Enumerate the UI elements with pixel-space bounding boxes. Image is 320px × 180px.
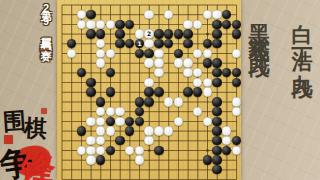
stone-black <box>86 10 95 19</box>
stone-black <box>115 29 124 38</box>
stone-black <box>115 20 124 29</box>
stone-white <box>183 68 192 77</box>
stone-white <box>183 20 192 29</box>
stone-black <box>212 136 221 145</box>
stone-black <box>135 117 144 126</box>
stone-black <box>232 136 241 145</box>
black-player-rank: 九段 <box>247 37 271 43</box>
stone-black <box>212 78 221 87</box>
stone-white <box>193 78 202 87</box>
stone-white <box>106 20 115 29</box>
stone-black <box>135 49 144 58</box>
stone-white <box>144 126 153 135</box>
stone-black <box>67 39 76 48</box>
stone-white <box>232 97 241 106</box>
stone-white <box>154 68 163 77</box>
stone-black <box>212 97 221 106</box>
stone-white <box>77 20 86 29</box>
stone-white <box>144 58 153 67</box>
stone-white: 2 <box>144 29 153 38</box>
title-main: 第29届三星杯世界大师赛 <box>40 1 52 39</box>
stone-black <box>222 20 231 29</box>
stone-white <box>135 155 144 164</box>
stone-white <box>135 29 144 38</box>
white-player-rank: 九段 <box>290 58 314 64</box>
stone-black <box>106 87 115 96</box>
stone-white <box>67 49 76 58</box>
stone-black <box>212 58 221 67</box>
stone-white <box>96 20 105 29</box>
stone-black <box>212 126 221 135</box>
player-black-column: 黑 党毅飞 九段 <box>247 7 271 43</box>
stone-black <box>174 49 183 58</box>
stone-black <box>86 78 95 87</box>
logo-calligraphy-black: 争 <box>0 140 36 180</box>
stone-white <box>174 117 183 126</box>
stone-white <box>174 97 183 106</box>
stone-white <box>125 146 134 155</box>
stone-black <box>222 10 231 19</box>
stone-black <box>96 29 105 38</box>
stone-black <box>77 126 86 135</box>
stone-white <box>144 39 153 48</box>
stone-white <box>115 117 124 126</box>
stone-white <box>193 49 202 58</box>
stone-white <box>96 117 105 126</box>
stone-white <box>164 126 173 135</box>
stone-white <box>77 146 86 155</box>
stone-black <box>203 155 212 164</box>
stone-black <box>125 117 134 126</box>
stone-white <box>203 78 212 87</box>
stone-black: 1 <box>135 39 144 48</box>
stone-white <box>96 126 105 135</box>
stone-black <box>154 87 163 96</box>
stone-black <box>125 126 134 135</box>
stone-white <box>86 146 95 155</box>
stone-white <box>154 49 163 58</box>
move-number-label: 2 <box>147 31 151 37</box>
stone-black <box>154 39 163 48</box>
stone-white <box>222 136 231 145</box>
stone-white <box>232 49 241 58</box>
black-player-name: 党毅飞 <box>247 19 271 28</box>
stone-white <box>106 49 115 58</box>
stone-white <box>86 20 95 29</box>
go-board: 21 <box>57 0 241 180</box>
stone-white <box>96 107 105 116</box>
white-color-label: 白 <box>290 7 314 10</box>
stone-black <box>203 58 212 67</box>
red-seal-stamp <box>4 135 13 144</box>
player-white-column: 白 丁浩 九段 <box>290 7 314 64</box>
stone-black <box>135 97 144 106</box>
logo-weiqi-char1: 围 <box>2 105 27 138</box>
stone-black <box>115 39 124 48</box>
stone-white <box>232 146 241 155</box>
stone-white <box>164 10 173 19</box>
stone-white <box>144 78 153 87</box>
stone-white <box>144 136 153 145</box>
stones-layer: 21 <box>57 0 241 180</box>
title-final-char2: 赛 <box>40 41 52 42</box>
stone-white <box>174 58 183 67</box>
stone-white <box>154 58 163 67</box>
stone-black <box>212 39 221 48</box>
stone-black <box>232 20 241 29</box>
stone-black <box>135 107 144 116</box>
stone-white <box>193 107 202 116</box>
stone-white <box>212 10 221 19</box>
stone-white <box>86 117 95 126</box>
stone-black <box>183 29 192 38</box>
stone-white <box>183 58 192 67</box>
stone-white <box>193 68 202 77</box>
stone-black <box>212 68 221 77</box>
stone-black <box>115 136 124 145</box>
stone-white <box>86 155 95 164</box>
stone-black <box>106 68 115 77</box>
stone-white <box>222 126 231 135</box>
stone-white <box>203 87 212 96</box>
stone-black <box>125 39 134 48</box>
stone-black <box>164 39 173 48</box>
stone-white <box>96 39 105 48</box>
move-number-label: 1 <box>137 41 141 47</box>
stone-white <box>144 10 153 19</box>
stone-black <box>212 165 221 174</box>
stone-white <box>232 107 241 116</box>
stone-black <box>203 39 212 48</box>
stone-white <box>135 146 144 155</box>
stone-white <box>154 126 163 135</box>
stone-black <box>144 49 153 58</box>
stone-black <box>222 68 231 77</box>
stone-black <box>86 29 95 38</box>
stone-white <box>193 20 202 29</box>
stone-black <box>164 29 173 38</box>
stone-black <box>174 29 183 38</box>
stone-black <box>96 97 105 106</box>
stone-white <box>96 49 105 58</box>
stone-black <box>212 107 221 116</box>
white-player-name: 丁浩 <box>290 31 314 37</box>
stone-white <box>203 117 212 126</box>
stone-black <box>106 146 115 155</box>
stone-black <box>125 20 134 29</box>
stone-black <box>212 117 221 126</box>
stone-white <box>164 97 173 106</box>
stone-black <box>77 68 86 77</box>
stone-black <box>154 29 163 38</box>
stone-black <box>144 97 153 106</box>
stone-black <box>183 87 192 96</box>
stone-white <box>106 107 115 116</box>
stone-black <box>86 87 95 96</box>
black-color-label: 黑 <box>247 7 271 10</box>
stone-black <box>154 146 163 155</box>
stone-white <box>86 136 95 145</box>
stone-black <box>106 117 115 126</box>
stone-black <box>212 29 221 38</box>
stone-white <box>106 126 115 135</box>
stone-black <box>232 78 241 87</box>
stone-black <box>232 68 241 77</box>
stone-white <box>96 58 105 67</box>
stone-black <box>212 155 221 164</box>
stone-black <box>212 146 221 155</box>
stone-black <box>193 87 202 96</box>
stone-white <box>203 10 212 19</box>
stone-white <box>203 49 212 58</box>
stone-white <box>115 107 124 116</box>
stone-white <box>96 136 105 145</box>
stone-black <box>232 29 241 38</box>
stone-black <box>212 20 221 29</box>
stone-white <box>96 146 105 155</box>
thumbnail-frame: 21 第29届三星杯世界大师赛决赛 白 丁浩 九段 黑 党毅飞 九段 围 棋 争… <box>0 0 320 180</box>
stone-white <box>77 10 86 19</box>
stone-black <box>144 87 153 96</box>
stone-black <box>183 39 192 48</box>
stone-black <box>96 155 105 164</box>
tournament-title: 第29届三星杯世界大师赛决赛 <box>36 1 55 179</box>
stone-black <box>222 146 231 155</box>
